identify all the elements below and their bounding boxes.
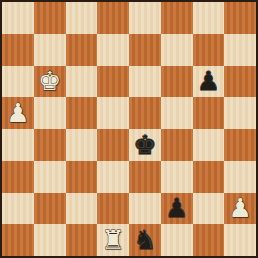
square-g8[interactable]: [193, 2, 225, 34]
square-c5[interactable]: [66, 97, 98, 129]
square-f5[interactable]: [161, 97, 193, 129]
square-c4[interactable]: [66, 129, 98, 161]
square-h6[interactable]: [224, 66, 256, 98]
square-d3[interactable]: [97, 161, 129, 193]
square-a6[interactable]: [2, 66, 34, 98]
black-knight[interactable]: ♞: [133, 227, 156, 253]
square-e6[interactable]: [129, 66, 161, 98]
square-c7[interactable]: [66, 34, 98, 66]
square-g1[interactable]: [193, 224, 225, 256]
square-e7[interactable]: [129, 34, 161, 66]
square-b1[interactable]: [34, 224, 66, 256]
square-f3[interactable]: [161, 161, 193, 193]
square-c6[interactable]: [66, 66, 98, 98]
square-f4[interactable]: [161, 129, 193, 161]
square-d1[interactable]: ♜: [97, 224, 129, 256]
white-rook[interactable]: ♜: [101, 227, 124, 253]
square-g3[interactable]: [193, 161, 225, 193]
square-e5[interactable]: [129, 97, 161, 129]
square-e1[interactable]: ♞: [129, 224, 161, 256]
square-b8[interactable]: [34, 2, 66, 34]
square-g4[interactable]: [193, 129, 225, 161]
black-pawn[interactable]: ♟: [197, 68, 220, 94]
square-b4[interactable]: [34, 129, 66, 161]
square-d6[interactable]: [97, 66, 129, 98]
square-g5[interactable]: [193, 97, 225, 129]
square-e2[interactable]: [129, 193, 161, 225]
black-pawn[interactable]: ♟: [165, 195, 188, 221]
square-f2[interactable]: ♟: [161, 193, 193, 225]
square-h2[interactable]: ♟: [224, 193, 256, 225]
square-c1[interactable]: [66, 224, 98, 256]
square-d8[interactable]: [97, 2, 129, 34]
square-b5[interactable]: [34, 97, 66, 129]
square-d5[interactable]: [97, 97, 129, 129]
black-king[interactable]: ♚: [133, 132, 156, 158]
square-c2[interactable]: [66, 193, 98, 225]
square-b6[interactable]: ♚: [34, 66, 66, 98]
white-pawn[interactable]: ♟: [228, 195, 251, 221]
square-h8[interactable]: [224, 2, 256, 34]
square-h5[interactable]: [224, 97, 256, 129]
square-c3[interactable]: [66, 161, 98, 193]
square-d4[interactable]: [97, 129, 129, 161]
chess-board: ♚♟♟♚♟♟♜♞: [2, 2, 256, 256]
square-b2[interactable]: [34, 193, 66, 225]
square-e8[interactable]: [129, 2, 161, 34]
square-f6[interactable]: [161, 66, 193, 98]
square-f1[interactable]: [161, 224, 193, 256]
square-b3[interactable]: [34, 161, 66, 193]
square-a7[interactable]: [2, 34, 34, 66]
square-h1[interactable]: [224, 224, 256, 256]
square-g6[interactable]: ♟: [193, 66, 225, 98]
square-c8[interactable]: [66, 2, 98, 34]
square-d2[interactable]: [97, 193, 129, 225]
white-pawn[interactable]: ♟: [6, 100, 29, 126]
square-h7[interactable]: [224, 34, 256, 66]
white-king[interactable]: ♚: [38, 68, 61, 94]
square-g7[interactable]: [193, 34, 225, 66]
square-g2[interactable]: [193, 193, 225, 225]
square-b7[interactable]: [34, 34, 66, 66]
square-a2[interactable]: [2, 193, 34, 225]
square-h3[interactable]: [224, 161, 256, 193]
square-a5[interactable]: ♟: [2, 97, 34, 129]
chess-board-frame: ♚♟♟♚♟♟♜♞: [0, 0, 258, 258]
square-e3[interactable]: [129, 161, 161, 193]
square-a8[interactable]: [2, 2, 34, 34]
square-h4[interactable]: [224, 129, 256, 161]
square-a1[interactable]: [2, 224, 34, 256]
square-d7[interactable]: [97, 34, 129, 66]
square-a4[interactable]: [2, 129, 34, 161]
square-e4[interactable]: ♚: [129, 129, 161, 161]
square-f7[interactable]: [161, 34, 193, 66]
square-a3[interactable]: [2, 161, 34, 193]
square-f8[interactable]: [161, 2, 193, 34]
